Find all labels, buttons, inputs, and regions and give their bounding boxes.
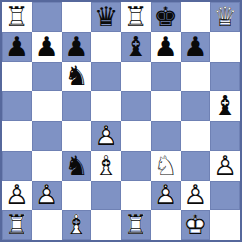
square-a8[interactable]: ♜♖ [2, 2, 32, 32]
piece-fill-layer: ♟ [181, 32, 211, 62]
black-pawn-icon[interactable]: ♟ [2, 32, 32, 62]
square-c1[interactable]: ♝♗ [62, 210, 92, 240]
piece-fill-layer: ♝ [210, 91, 240, 121]
square-h6[interactable] [210, 62, 240, 92]
square-c7[interactable]: ♟ [62, 32, 92, 62]
white-rook-icon[interactable]: ♜♖ [2, 2, 32, 32]
black-pawn-icon[interactable]: ♟ [181, 32, 211, 62]
square-f7[interactable]: ♟ [151, 32, 181, 62]
piece-outline-layer: ♖ [2, 2, 32, 32]
white-pawn-icon[interactable]: ♟♙ [91, 121, 121, 151]
square-a5[interactable] [2, 91, 32, 121]
piece-fill-layer: ♟ [62, 32, 92, 62]
square-c5[interactable] [62, 91, 92, 121]
square-e4[interactable] [121, 121, 151, 151]
piece-outline-layer: ♖ [121, 210, 151, 240]
piece-outline-layer: ♗ [91, 151, 121, 181]
square-c2[interactable] [62, 181, 92, 211]
black-king-icon[interactable]: ♚ [151, 2, 181, 32]
piece-outline-layer: ♙ [91, 121, 121, 151]
square-c6[interactable]: ♞ [62, 62, 92, 92]
square-e6[interactable] [121, 62, 151, 92]
square-c8[interactable] [62, 2, 92, 32]
piece-fill-layer: ♟ [32, 32, 62, 62]
black-bishop-icon[interactable]: ♝ [210, 91, 240, 121]
black-pawn-icon[interactable]: ♟ [62, 32, 92, 62]
white-rook-icon[interactable]: ♜♖ [121, 2, 151, 32]
square-b5[interactable] [32, 91, 62, 121]
piece-outline-layer: ♗ [62, 210, 92, 240]
square-h7[interactable] [210, 32, 240, 62]
square-h5[interactable]: ♝ [210, 91, 240, 121]
piece-outline-layer: ♕ [210, 2, 240, 32]
square-g1[interactable]: ♚♔ [181, 210, 211, 240]
square-e3[interactable] [121, 151, 151, 181]
square-b7[interactable]: ♟ [32, 32, 62, 62]
square-h8[interactable]: ♛♕ [210, 2, 240, 32]
square-g6[interactable] [181, 62, 211, 92]
square-b6[interactable] [32, 62, 62, 92]
square-g2[interactable]: ♟♙ [181, 181, 211, 211]
square-b8[interactable] [32, 2, 62, 32]
square-e7[interactable]: ♝ [121, 32, 151, 62]
white-pawn-icon[interactable]: ♟♙ [151, 181, 181, 211]
black-pawn-icon[interactable]: ♟ [32, 32, 62, 62]
square-a3[interactable] [2, 151, 32, 181]
square-e8[interactable]: ♜♖ [121, 2, 151, 32]
piece-outline-layer: ♙ [210, 151, 240, 181]
square-c3[interactable]: ♞ [62, 151, 92, 181]
square-h3[interactable]: ♟♙ [210, 151, 240, 181]
black-pawn-icon[interactable]: ♟ [151, 32, 181, 62]
square-f5[interactable] [151, 91, 181, 121]
piece-fill-layer: ♟ [2, 32, 32, 62]
piece-fill-layer: ♞ [62, 62, 92, 92]
square-g7[interactable]: ♟ [181, 32, 211, 62]
piece-outline-layer: ♙ [181, 181, 211, 211]
white-rook-icon[interactable]: ♜♖ [121, 210, 151, 240]
chess-board: ♜♖♛♜♖♚♛♕♟♟♟♝♟♟♞♝♟♙♞♝♗♞♘♟♙♟♙♟♙♟♙♟♙♜♖♝♗♜♖♚… [0, 0, 242, 242]
piece-outline-layer: ♖ [2, 210, 32, 240]
square-g5[interactable] [181, 91, 211, 121]
square-f4[interactable] [151, 121, 181, 151]
square-c4[interactable] [62, 121, 92, 151]
piece-fill-layer: ♛ [91, 2, 121, 32]
piece-fill-layer: ♝ [121, 32, 151, 62]
square-d1[interactable] [91, 210, 121, 240]
black-knight-icon[interactable]: ♞ [62, 151, 92, 181]
square-e1[interactable]: ♜♖ [121, 210, 151, 240]
black-bishop-icon[interactable]: ♝ [121, 32, 151, 62]
black-knight-icon[interactable]: ♞ [62, 62, 92, 92]
square-f2[interactable]: ♟♙ [151, 181, 181, 211]
square-a1[interactable]: ♜♖ [2, 210, 32, 240]
white-pawn-icon[interactable]: ♟♙ [181, 181, 211, 211]
square-h1[interactable] [210, 210, 240, 240]
square-b3[interactable] [32, 151, 62, 181]
white-king-icon[interactable]: ♚♔ [181, 210, 211, 240]
square-f3[interactable]: ♞♘ [151, 151, 181, 181]
piece-outline-layer: ♔ [181, 210, 211, 240]
white-pawn-icon[interactable]: ♟♙ [210, 151, 240, 181]
white-pawn-icon[interactable]: ♟♙ [32, 181, 62, 211]
piece-outline-layer: ♙ [2, 181, 32, 211]
white-bishop-icon[interactable]: ♝♗ [91, 151, 121, 181]
square-a7[interactable]: ♟ [2, 32, 32, 62]
square-f8[interactable]: ♚ [151, 2, 181, 32]
square-b1[interactable] [32, 210, 62, 240]
piece-outline-layer: ♙ [32, 181, 62, 211]
square-d8[interactable]: ♛ [91, 2, 121, 32]
square-d6[interactable] [91, 62, 121, 92]
square-a4[interactable] [2, 121, 32, 151]
square-f1[interactable] [151, 210, 181, 240]
square-d3[interactable]: ♝♗ [91, 151, 121, 181]
square-a2[interactable]: ♟♙ [2, 181, 32, 211]
square-e2[interactable] [121, 181, 151, 211]
square-h4[interactable] [210, 121, 240, 151]
square-e5[interactable] [121, 91, 151, 121]
piece-fill-layer: ♚ [151, 2, 181, 32]
white-bishop-icon[interactable]: ♝♗ [62, 210, 92, 240]
black-queen-icon[interactable]: ♛ [91, 2, 121, 32]
white-pawn-icon[interactable]: ♟♙ [2, 181, 32, 211]
square-g4[interactable] [181, 121, 211, 151]
piece-outline-layer: ♙ [151, 181, 181, 211]
piece-fill-layer: ♟ [151, 32, 181, 62]
square-b4[interactable] [32, 121, 62, 151]
white-knight-icon[interactable]: ♞♘ [151, 151, 181, 181]
square-h2[interactable] [210, 181, 240, 211]
square-g3[interactable] [181, 151, 211, 181]
white-rook-icon[interactable]: ♜♖ [2, 210, 32, 240]
piece-fill-layer: ♞ [62, 151, 92, 181]
piece-outline-layer: ♖ [121, 2, 151, 32]
square-b2[interactable]: ♟♙ [32, 181, 62, 211]
square-d5[interactable] [91, 91, 121, 121]
square-a6[interactable] [2, 62, 32, 92]
square-f6[interactable] [151, 62, 181, 92]
square-d2[interactable] [91, 181, 121, 211]
piece-outline-layer: ♘ [151, 151, 181, 181]
square-d7[interactable] [91, 32, 121, 62]
white-queen-icon[interactable]: ♛♕ [210, 2, 240, 32]
square-d4[interactable]: ♟♙ [91, 121, 121, 151]
square-g8[interactable] [181, 2, 211, 32]
